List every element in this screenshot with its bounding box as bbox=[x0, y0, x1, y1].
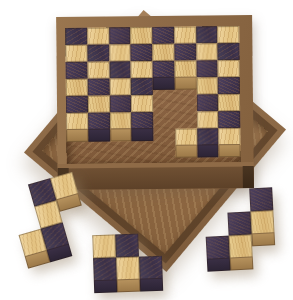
board-cell-r8c3 bbox=[110, 146, 132, 163]
board-cell-r8c2 bbox=[88, 146, 110, 163]
board-cell-r5c3[interactable] bbox=[109, 95, 131, 112]
cube-front-face bbox=[117, 279, 140, 293]
top-tray-front-wall bbox=[58, 162, 254, 190]
board-cell-r5c2[interactable] bbox=[88, 95, 110, 112]
board-cell-r5c4[interactable] bbox=[131, 95, 153, 112]
piece-cube bbox=[115, 234, 139, 258]
board-cell-r5c6 bbox=[175, 95, 197, 112]
board-cell-r6c6 bbox=[175, 112, 197, 129]
cube-front-face bbox=[110, 128, 132, 141]
board-cell-r6c7[interactable] bbox=[197, 111, 219, 128]
board-cell-r3c8[interactable] bbox=[218, 60, 240, 77]
board-cell-r2c4[interactable] bbox=[131, 44, 153, 61]
board-cell-r1c8[interactable] bbox=[217, 26, 239, 43]
loose-piece-w-pentomino[interactable] bbox=[203, 187, 276, 260]
board-cell-r3c2[interactable] bbox=[87, 61, 109, 78]
cube-front-face bbox=[230, 256, 254, 270]
loose-piece-p-pentomino[interactable] bbox=[92, 233, 163, 281]
board-cell-r3c7[interactable] bbox=[196, 60, 218, 77]
board-cell-r4c7[interactable] bbox=[196, 77, 218, 94]
cube-front-face bbox=[94, 279, 117, 293]
board-cell-r4c8[interactable] bbox=[218, 77, 240, 94]
board-cell-r4c1[interactable] bbox=[66, 79, 88, 96]
cube-front-face bbox=[207, 258, 231, 272]
board-cell-r1c3[interactable] bbox=[109, 27, 131, 44]
puzzle-board bbox=[65, 26, 240, 164]
board-cell-r8c4 bbox=[132, 146, 154, 163]
piece-cube bbox=[227, 211, 251, 235]
piece-cube bbox=[249, 187, 273, 211]
cube-front-face bbox=[197, 144, 219, 157]
cube-front-face bbox=[47, 244, 73, 263]
board-cell-r5c1[interactable] bbox=[66, 96, 88, 113]
board-cell-r5c5 bbox=[153, 95, 175, 112]
board-cell-r8c1 bbox=[66, 147, 88, 164]
board-cell-r4c2[interactable] bbox=[87, 78, 109, 95]
board-cell-r1c4[interactable] bbox=[130, 27, 152, 44]
piece-cube bbox=[92, 234, 116, 258]
cube-front-face bbox=[175, 145, 197, 158]
board-cell-r6c1[interactable] bbox=[66, 113, 88, 130]
piece-cube bbox=[139, 256, 163, 280]
product-photo-scene bbox=[0, 0, 293, 300]
board-cell-r7c6[interactable] bbox=[175, 129, 197, 146]
cube-front-face bbox=[132, 128, 154, 141]
board-cell-r3c5[interactable] bbox=[153, 61, 175, 78]
board-cell-r1c5[interactable] bbox=[152, 27, 174, 44]
board-cell-r4c4[interactable] bbox=[131, 78, 153, 95]
board-cell-r5c8[interactable] bbox=[218, 94, 240, 111]
cube-front-face bbox=[140, 278, 163, 292]
board-cell-r7c7[interactable] bbox=[197, 128, 219, 145]
board-cell-r3c3[interactable] bbox=[109, 61, 131, 78]
piece-empty bbox=[138, 233, 162, 257]
piece-cube bbox=[206, 236, 230, 260]
piece-empty bbox=[63, 216, 91, 244]
board-cell-r2c7[interactable] bbox=[196, 43, 218, 60]
piece-empty bbox=[226, 188, 250, 212]
board-cell-r6c5 bbox=[153, 112, 175, 129]
board-cell-r4c3[interactable] bbox=[109, 78, 131, 95]
piece-cube bbox=[116, 257, 140, 281]
piece-empty bbox=[204, 213, 228, 237]
board-cell-r6c4[interactable] bbox=[131, 112, 153, 129]
board-cell-r3c6[interactable] bbox=[174, 61, 196, 78]
board-cell-r1c7[interactable] bbox=[196, 26, 218, 43]
piece-cube bbox=[93, 257, 117, 281]
board-cell-r2c5[interactable] bbox=[152, 44, 174, 61]
cube-front-face bbox=[88, 128, 110, 141]
board-cell-r5c7[interactable] bbox=[196, 94, 218, 111]
board-cell-r3c4[interactable] bbox=[131, 61, 153, 78]
board-cell-r2c6[interactable] bbox=[174, 44, 196, 61]
cube-front-face bbox=[66, 129, 88, 142]
cube-front-face bbox=[153, 77, 175, 90]
board-cell-r2c3[interactable] bbox=[109, 44, 131, 61]
piece-empty bbox=[203, 190, 227, 214]
board-cell-r6c3[interactable] bbox=[110, 112, 132, 129]
cube-front-face bbox=[25, 250, 51, 269]
board-cell-r2c2[interactable] bbox=[87, 44, 109, 61]
cube-front-face bbox=[174, 77, 196, 90]
board-cell-r6c2[interactable] bbox=[88, 112, 110, 129]
board-cell-r2c1[interactable] bbox=[65, 45, 87, 62]
board-cell-r3c1[interactable] bbox=[66, 62, 88, 79]
board-cell-r7c5 bbox=[153, 129, 175, 146]
board-cell-r7c8[interactable] bbox=[219, 128, 241, 145]
board-cell-r1c6[interactable] bbox=[174, 27, 196, 44]
board-cell-r1c1[interactable] bbox=[65, 28, 87, 45]
piece-cube bbox=[229, 234, 253, 258]
top-tray bbox=[56, 15, 254, 190]
cube-front-face bbox=[219, 144, 241, 157]
board-cell-r8c5 bbox=[153, 146, 175, 163]
board-cell-r6c8[interactable] bbox=[218, 111, 240, 128]
board-cell-r1c2[interactable] bbox=[87, 27, 109, 44]
cube-front-face bbox=[252, 232, 276, 246]
board-cell-r2c8[interactable] bbox=[218, 43, 240, 60]
piece-cube bbox=[250, 210, 274, 234]
